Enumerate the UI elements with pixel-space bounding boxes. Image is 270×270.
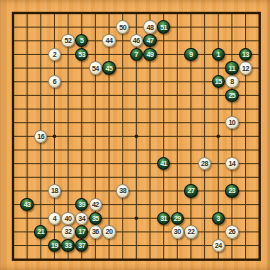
white-stone-40: 40 — [61, 212, 74, 225]
white-stone-10: 10 — [225, 116, 238, 129]
black-stone-1: 1 — [212, 48, 225, 61]
go-board[interactable]: 1234567891011121314151617181920212223242… — [0, 0, 270, 270]
black-stone-45: 45 — [102, 61, 115, 74]
white-stone-18: 18 — [48, 184, 61, 197]
black-stone-43: 43 — [20, 198, 33, 211]
black-stone-49: 49 — [143, 48, 156, 61]
black-stone-11: 11 — [225, 61, 238, 74]
white-stone-30: 30 — [171, 225, 184, 238]
white-stone-8: 8 — [225, 75, 238, 88]
white-stone-22: 22 — [184, 225, 197, 238]
black-stone-33: 33 — [61, 239, 74, 252]
white-stone-24: 24 — [212, 239, 225, 252]
black-stone-35: 35 — [89, 212, 102, 225]
black-stone-23: 23 — [225, 184, 238, 197]
white-stone-20: 20 — [102, 225, 115, 238]
black-stone-21: 21 — [34, 225, 47, 238]
white-stone-48: 48 — [143, 20, 156, 33]
black-stone-3: 3 — [212, 212, 225, 225]
white-stone-36: 36 — [89, 225, 102, 238]
white-stone-54: 54 — [89, 61, 102, 74]
black-stone-9: 9 — [184, 48, 197, 61]
white-stone-38: 38 — [116, 184, 129, 197]
black-stone-17: 17 — [75, 225, 88, 238]
white-stone-32: 32 — [61, 225, 74, 238]
black-stone-51: 51 — [157, 20, 170, 33]
white-stone-26: 26 — [225, 225, 238, 238]
black-stone-27: 27 — [184, 184, 197, 197]
black-stone-25: 25 — [225, 89, 238, 102]
white-stone-12: 12 — [239, 61, 252, 74]
black-stone-7: 7 — [130, 48, 143, 61]
black-stone-29: 29 — [171, 212, 184, 225]
white-stone-4: 4 — [48, 212, 61, 225]
black-stone-47: 47 — [143, 34, 156, 47]
white-stone-14: 14 — [225, 157, 238, 170]
